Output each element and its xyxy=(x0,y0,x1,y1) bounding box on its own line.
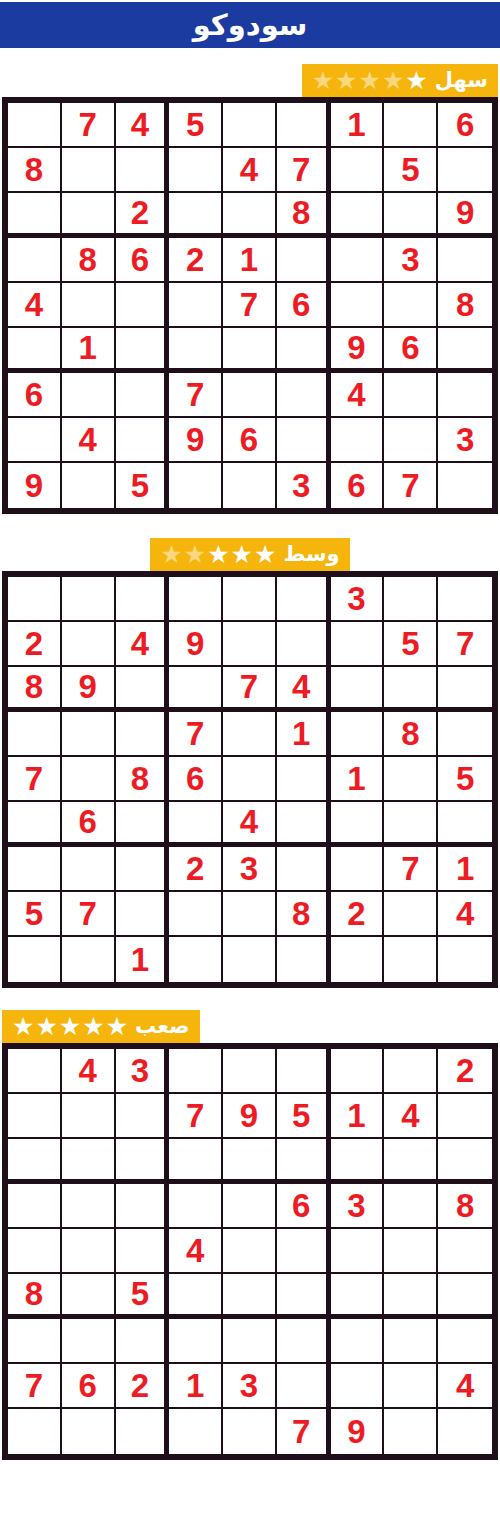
cell-r2c7[interactable] xyxy=(331,148,385,193)
cell-r8c9-given[interactable]: 4 xyxy=(438,1364,492,1409)
cell-r5c8[interactable] xyxy=(384,283,438,328)
cell-r6c4[interactable] xyxy=(169,802,223,847)
cell-r8c3[interactable] xyxy=(116,418,170,463)
puzzle-easy: ★★★★★ سهل 745168475289862134768196674496… xyxy=(0,64,500,514)
star-icon-empty: ★ xyxy=(184,542,206,567)
star-icon-empty: ★ xyxy=(160,542,182,567)
cell-r3c6-given[interactable]: 8 xyxy=(277,193,331,238)
cell-r9c2[interactable] xyxy=(62,1409,116,1454)
cell-r2c6-given[interactable]: 5 xyxy=(277,1094,331,1139)
cell-r1c7-given[interactable]: 3 xyxy=(331,577,385,622)
cell-r1c1[interactable] xyxy=(8,577,62,622)
star-icon-filled: ★ xyxy=(82,1014,104,1039)
cell-r2c9[interactable] xyxy=(438,148,492,193)
cell-r1c9-given[interactable]: 6 xyxy=(438,103,492,148)
cell-r1c7-given[interactable]: 1 xyxy=(331,103,385,148)
cell-r5c3[interactable] xyxy=(116,1229,170,1274)
cell-r2c8-given[interactable]: 5 xyxy=(384,622,438,667)
cell-r2c7-given[interactable]: 1 xyxy=(331,1094,385,1139)
cell-r1c5[interactable] xyxy=(223,1049,277,1094)
cell-r2c2[interactable] xyxy=(62,148,116,193)
cell-r6c5-given[interactable]: 4 xyxy=(223,802,277,847)
puzzle-hard: ★★★★★ صعب 4327951463848576213479 xyxy=(0,1010,500,1460)
cell-r3c6[interactable] xyxy=(277,1139,331,1184)
cell-r6c7[interactable] xyxy=(331,802,385,847)
cell-r8c5[interactable] xyxy=(223,892,277,937)
sudoku-page: سودوكو ★★★★★ سهل 74516847528986213476819… xyxy=(0,0,500,1540)
cell-r5c3-given[interactable]: 8 xyxy=(116,757,170,802)
cell-r9c2[interactable] xyxy=(62,937,116,982)
cell-r4c3-given[interactable]: 6 xyxy=(116,238,170,283)
cell-r8c1[interactable] xyxy=(8,418,62,463)
cell-r7c4-given[interactable]: 2 xyxy=(169,847,223,892)
star-icon-filled: ★ xyxy=(231,542,253,567)
cell-r8c8[interactable] xyxy=(384,892,438,937)
cell-r8c3-given[interactable]: 2 xyxy=(116,1364,170,1409)
cell-r5c7[interactable] xyxy=(331,283,385,328)
cell-r8c1-given[interactable]: 7 xyxy=(8,1364,62,1409)
cell-r9c4[interactable] xyxy=(169,463,223,508)
cell-r6c3-given[interactable]: 5 xyxy=(116,1274,170,1319)
cell-r5c2[interactable] xyxy=(62,757,116,802)
cell-r8c9-given[interactable]: 4 xyxy=(438,892,492,937)
difficulty-text-medium: وسط xyxy=(283,544,339,565)
star-icon-filled: ★ xyxy=(59,1014,81,1039)
cell-r4c2-given[interactable]: 8 xyxy=(62,238,116,283)
cell-r1c5[interactable] xyxy=(223,577,277,622)
cell-r7c9-given[interactable]: 1 xyxy=(438,847,492,892)
difficulty-stars-easy: ★★★★★ xyxy=(312,68,428,93)
cell-r2c1-given[interactable]: 2 xyxy=(8,622,62,667)
star-icon-filled: ★ xyxy=(254,542,276,567)
star-icon-empty: ★ xyxy=(335,68,357,93)
difficulty-text-easy: سهل xyxy=(435,70,488,91)
cell-r9c1-given[interactable]: 9 xyxy=(8,463,62,508)
cell-r1c1[interactable] xyxy=(8,1049,62,1094)
cell-r7c4-given[interactable]: 7 xyxy=(169,373,223,418)
star-icon-filled: ★ xyxy=(207,542,229,567)
cell-r2c4-given[interactable]: 7 xyxy=(169,1094,223,1139)
star-icon-filled: ★ xyxy=(35,1014,57,1039)
cell-r3c1[interactable] xyxy=(8,193,62,238)
cell-r1c9-given[interactable]: 2 xyxy=(438,1049,492,1094)
cell-r9c8[interactable] xyxy=(384,1409,438,1454)
cell-r4c2[interactable] xyxy=(62,1184,116,1229)
cell-r5c8[interactable] xyxy=(384,1229,438,1274)
cell-r8c3[interactable] xyxy=(116,892,170,937)
cell-r9c5[interactable] xyxy=(223,937,277,982)
cell-r5c2[interactable] xyxy=(62,1229,116,1274)
cell-r9c2[interactable] xyxy=(62,463,116,508)
cell-r3c8[interactable] xyxy=(384,193,438,238)
difficulty-label-easy: ★★★★★ سهل xyxy=(302,64,498,97)
cell-r2c3[interactable] xyxy=(116,1094,170,1139)
cell-r1c8[interactable] xyxy=(384,577,438,622)
cell-r5c1-given[interactable]: 4 xyxy=(8,283,62,328)
cell-r9c3[interactable] xyxy=(116,1409,170,1454)
cell-r4c8-given[interactable]: 8 xyxy=(384,712,438,757)
cell-r9c5[interactable] xyxy=(223,463,277,508)
cell-r6c9[interactable] xyxy=(438,802,492,847)
difficulty-row-hard: ★★★★★ صعب xyxy=(0,1010,500,1043)
cell-r4c7-given[interactable]: 3 xyxy=(331,1184,385,1229)
cell-r5c4-given[interactable]: 6 xyxy=(169,757,223,802)
cell-r6c6[interactable] xyxy=(277,1274,331,1319)
cell-r6c6[interactable] xyxy=(277,802,331,847)
difficulty-label-medium: ★★★★★ وسط xyxy=(150,538,349,571)
cell-r7c3[interactable] xyxy=(116,1319,170,1364)
cell-r2c2[interactable] xyxy=(62,622,116,667)
cell-r2c8-given[interactable]: 4 xyxy=(384,1094,438,1139)
cell-r3c6-given[interactable]: 4 xyxy=(277,667,331,712)
cell-r6c7[interactable] xyxy=(331,1274,385,1319)
cell-r3c5[interactable] xyxy=(223,1139,277,1184)
cell-r7c5[interactable] xyxy=(223,373,277,418)
cell-r9c3-given[interactable]: 1 xyxy=(116,937,170,982)
cell-r7c2[interactable] xyxy=(62,1319,116,1364)
cell-r2c6[interactable] xyxy=(277,622,331,667)
cell-r3c7[interactable] xyxy=(331,1139,385,1184)
cell-r8c6[interactable] xyxy=(277,418,331,463)
star-icon-filled: ★ xyxy=(106,1014,128,1039)
cell-r1c2-given[interactable]: 7 xyxy=(62,103,116,148)
cell-r6c1-given[interactable]: 8 xyxy=(8,1274,62,1319)
cell-r4c9-given[interactable]: 8 xyxy=(438,1184,492,1229)
cell-r5c8[interactable] xyxy=(384,757,438,802)
cell-r5c3[interactable] xyxy=(116,283,170,328)
cell-r6c4[interactable] xyxy=(169,1274,223,1319)
cell-r3c7[interactable] xyxy=(331,193,385,238)
cell-r8c7[interactable] xyxy=(331,1364,385,1409)
cell-r7c7-given[interactable]: 4 xyxy=(331,373,385,418)
cell-r5c6[interactable] xyxy=(277,1229,331,1274)
cell-r2c6-given[interactable]: 7 xyxy=(277,148,331,193)
cell-r7c5-given[interactable]: 3 xyxy=(223,847,277,892)
cell-r4c6-given[interactable]: 6 xyxy=(277,1184,331,1229)
cell-r8c1-given[interactable]: 5 xyxy=(8,892,62,937)
cell-r4c3[interactable] xyxy=(116,1184,170,1229)
cell-r1c8[interactable] xyxy=(384,103,438,148)
star-icon-filled: ★ xyxy=(405,68,427,93)
cell-r1c2[interactable] xyxy=(62,577,116,622)
cell-r6c8[interactable] xyxy=(384,802,438,847)
cell-r2c5-given[interactable]: 4 xyxy=(223,148,277,193)
cell-r1c3[interactable] xyxy=(116,577,170,622)
star-icon-empty: ★ xyxy=(358,68,380,93)
cell-r3c1-given[interactable]: 8 xyxy=(8,667,62,712)
cell-r6c4[interactable] xyxy=(169,328,223,373)
star-icon-empty: ★ xyxy=(382,68,404,93)
cell-r2c3[interactable] xyxy=(116,148,170,193)
cell-r8c4-given[interactable]: 1 xyxy=(169,1364,223,1409)
cell-r3c1[interactable] xyxy=(8,1139,62,1184)
cell-r9c5[interactable] xyxy=(223,1409,277,1454)
cell-r7c1-given[interactable]: 6 xyxy=(8,373,62,418)
cell-r1c4[interactable] xyxy=(169,1049,223,1094)
cell-r6c8-given[interactable]: 6 xyxy=(384,328,438,373)
cell-r8c6[interactable] xyxy=(277,1364,331,1409)
cell-r9c6-given[interactable]: 7 xyxy=(277,1409,331,1454)
cell-r4c9[interactable] xyxy=(438,238,492,283)
cell-r9c9[interactable] xyxy=(438,937,492,982)
cell-r6c2-given[interactable]: 1 xyxy=(62,328,116,373)
cell-r2c5[interactable] xyxy=(223,622,277,667)
cell-r1c3-given[interactable]: 4 xyxy=(116,103,170,148)
cell-r7c4[interactable] xyxy=(169,1319,223,1364)
cell-r5c9-given[interactable]: 5 xyxy=(438,757,492,802)
cell-r7c6[interactable] xyxy=(277,847,331,892)
cell-r6c9[interactable] xyxy=(438,328,492,373)
cell-r6c5[interactable] xyxy=(223,328,277,373)
cell-r7c2[interactable] xyxy=(62,847,116,892)
cell-r2c5-given[interactable]: 9 xyxy=(223,1094,277,1139)
cell-r5c9-given[interactable]: 8 xyxy=(438,283,492,328)
cell-r8c7[interactable] xyxy=(331,418,385,463)
spacer xyxy=(0,988,500,1010)
spacer xyxy=(0,514,500,538)
cell-r6c1[interactable] xyxy=(8,328,62,373)
cell-r3c3[interactable] xyxy=(116,667,170,712)
cell-r7c6[interactable] xyxy=(277,1319,331,1364)
cell-r4c7[interactable] xyxy=(331,712,385,757)
cell-r4c5[interactable] xyxy=(223,712,277,757)
cell-r2c4[interactable] xyxy=(169,148,223,193)
cell-r4c1[interactable] xyxy=(8,238,62,283)
cell-r3c7[interactable] xyxy=(331,667,385,712)
puzzle-medium: ★★★★★ وسط 324957897471878615642371578241 xyxy=(0,538,500,988)
cell-r4c5[interactable] xyxy=(223,1184,277,1229)
cell-r4c6[interactable] xyxy=(277,238,331,283)
cell-r5c1-given[interactable]: 7 xyxy=(8,757,62,802)
cell-r6c9[interactable] xyxy=(438,1274,492,1319)
sudoku-grid-easy: 745168475289862134768196674496395367 xyxy=(2,97,498,514)
cell-r5c5-given[interactable]: 7 xyxy=(223,283,277,328)
cell-r5c7[interactable] xyxy=(331,1229,385,1274)
cell-r2c7[interactable] xyxy=(331,622,385,667)
cell-r3c3-given[interactable]: 2 xyxy=(116,193,170,238)
cell-r3c9[interactable] xyxy=(438,1139,492,1184)
cell-r9c3-given[interactable]: 5 xyxy=(116,463,170,508)
cell-r9c8[interactable] xyxy=(384,937,438,982)
cell-r8c8[interactable] xyxy=(384,1364,438,1409)
cell-r1c4[interactable] xyxy=(169,577,223,622)
cell-r8c7-given[interactable]: 2 xyxy=(331,892,385,937)
cell-r5c5[interactable] xyxy=(223,757,277,802)
cell-r5c6[interactable] xyxy=(277,757,331,802)
cell-r6c7-given[interactable]: 9 xyxy=(331,328,385,373)
cell-r2c8-given[interactable]: 5 xyxy=(384,148,438,193)
cell-r1c7[interactable] xyxy=(331,1049,385,1094)
cell-r3c9-given[interactable]: 9 xyxy=(438,193,492,238)
cell-r4c6-given[interactable]: 1 xyxy=(277,712,331,757)
cell-r9c9[interactable] xyxy=(438,463,492,508)
cell-r9c8-given[interactable]: 7 xyxy=(384,463,438,508)
cell-r4c4-given[interactable]: 7 xyxy=(169,712,223,757)
cell-r2c9-given[interactable]: 7 xyxy=(438,622,492,667)
cell-r8c9-given[interactable]: 3 xyxy=(438,418,492,463)
cell-r3c3[interactable] xyxy=(116,1139,170,1184)
cell-r2c9[interactable] xyxy=(438,1094,492,1139)
cell-r6c6[interactable] xyxy=(277,328,331,373)
cell-r7c3[interactable] xyxy=(116,373,170,418)
cell-r9c1[interactable] xyxy=(8,937,62,982)
cell-r3c2[interactable] xyxy=(62,193,116,238)
cell-r3c5[interactable] xyxy=(223,193,277,238)
cell-r1c2-given[interactable]: 4 xyxy=(62,1049,116,1094)
cell-r4c4-given[interactable]: 2 xyxy=(169,238,223,283)
cell-r2c1-given[interactable]: 8 xyxy=(8,148,62,193)
cell-r9c1[interactable] xyxy=(8,1409,62,1454)
cell-r5c7-given[interactable]: 1 xyxy=(331,757,385,802)
cell-r1c6[interactable] xyxy=(277,1049,331,1094)
cell-r9c4[interactable] xyxy=(169,937,223,982)
cell-r1c6[interactable] xyxy=(277,103,331,148)
cell-r6c5[interactable] xyxy=(223,1274,277,1319)
sudoku-grid-medium: 324957897471878615642371578241 xyxy=(2,571,498,988)
cell-r4c8-given[interactable]: 3 xyxy=(384,238,438,283)
cell-r7c8[interactable] xyxy=(384,1319,438,1364)
cell-r3c8[interactable] xyxy=(384,1139,438,1184)
cell-r9c7[interactable] xyxy=(331,937,385,982)
cell-r1c9[interactable] xyxy=(438,577,492,622)
cell-r6c2[interactable] xyxy=(62,1274,116,1319)
cell-r7c1[interactable] xyxy=(8,1319,62,1364)
cell-r6c2-given[interactable]: 6 xyxy=(62,802,116,847)
cell-r5c1[interactable] xyxy=(8,1229,62,1274)
cell-r8c2-given[interactable]: 6 xyxy=(62,1364,116,1409)
difficulty-row-medium: ★★★★★ وسط xyxy=(0,538,500,571)
cell-r3c4[interactable] xyxy=(169,193,223,238)
cell-r1c3-given[interactable]: 3 xyxy=(116,1049,170,1094)
cell-r6c1[interactable] xyxy=(8,802,62,847)
cell-r2c4-given[interactable]: 9 xyxy=(169,622,223,667)
cell-r4c7[interactable] xyxy=(331,238,385,283)
cell-r5c6-given[interactable]: 6 xyxy=(277,283,331,328)
cell-r7c8-given[interactable]: 7 xyxy=(384,847,438,892)
cell-r3c9[interactable] xyxy=(438,667,492,712)
cell-r9c4[interactable] xyxy=(169,1409,223,1454)
cell-r8c2-given[interactable]: 7 xyxy=(62,892,116,937)
cell-r4c1[interactable] xyxy=(8,1184,62,1229)
cell-r7c9[interactable] xyxy=(438,1319,492,1364)
cell-r5c5[interactable] xyxy=(223,1229,277,1274)
cell-r3c2[interactable] xyxy=(62,1139,116,1184)
cell-r8c5-given[interactable]: 3 xyxy=(223,1364,277,1409)
cell-r5c4-given[interactable]: 4 xyxy=(169,1229,223,1274)
cell-r8c5-given[interactable]: 6 xyxy=(223,418,277,463)
difficulty-text-hard: صعب xyxy=(135,1016,189,1037)
cell-r4c8[interactable] xyxy=(384,1184,438,1229)
cell-r1c6[interactable] xyxy=(277,577,331,622)
cell-r5c4[interactable] xyxy=(169,283,223,328)
cell-r7c6[interactable] xyxy=(277,373,331,418)
cell-r4c4[interactable] xyxy=(169,1184,223,1229)
cell-r6c3[interactable] xyxy=(116,802,170,847)
star-icon-filled: ★ xyxy=(12,1014,34,1039)
star-icon-empty: ★ xyxy=(312,68,334,93)
cell-r2c3-given[interactable]: 4 xyxy=(116,622,170,667)
cell-r7c5[interactable] xyxy=(223,1319,277,1364)
cell-r1c5[interactable] xyxy=(223,103,277,148)
cell-r9c6-given[interactable]: 3 xyxy=(277,463,331,508)
difficulty-row-easy: ★★★★★ سهل xyxy=(0,64,500,97)
cell-r8c4[interactable] xyxy=(169,892,223,937)
cell-r3c4[interactable] xyxy=(169,667,223,712)
cell-r7c1[interactable] xyxy=(8,847,62,892)
cell-r1c1[interactable] xyxy=(8,103,62,148)
cell-r8c6-given[interactable]: 8 xyxy=(277,892,331,937)
cell-r7c2[interactable] xyxy=(62,373,116,418)
cell-r7c7[interactable] xyxy=(331,1319,385,1364)
cell-r1c8[interactable] xyxy=(384,1049,438,1094)
cell-r7c9[interactable] xyxy=(438,373,492,418)
cell-r8c8[interactable] xyxy=(384,418,438,463)
difficulty-label-hard: ★★★★★ صعب xyxy=(2,1010,200,1043)
cell-r4c9[interactable] xyxy=(438,712,492,757)
cell-r6c8[interactable] xyxy=(384,1274,438,1319)
title-banner: سودوكو xyxy=(0,2,500,48)
cell-r4c3[interactable] xyxy=(116,712,170,757)
cell-r9c7-given[interactable]: 9 xyxy=(331,1409,385,1454)
cell-r5c2[interactable] xyxy=(62,283,116,328)
cell-r7c7[interactable] xyxy=(331,847,385,892)
cell-r3c5-given[interactable]: 7 xyxy=(223,667,277,712)
page-title: سودوكو xyxy=(193,8,308,42)
cell-r8c2-given[interactable]: 4 xyxy=(62,418,116,463)
cell-r3c8[interactable] xyxy=(384,667,438,712)
cell-r2c2[interactable] xyxy=(62,1094,116,1139)
cell-r8c4-given[interactable]: 9 xyxy=(169,418,223,463)
cell-r9c7-given[interactable]: 6 xyxy=(331,463,385,508)
cell-r7c8[interactable] xyxy=(384,373,438,418)
cell-r3c4[interactable] xyxy=(169,1139,223,1184)
cell-r2c1[interactable] xyxy=(8,1094,62,1139)
cell-r3c2-given[interactable]: 9 xyxy=(62,667,116,712)
cell-r6c3[interactable] xyxy=(116,328,170,373)
cell-r9c6[interactable] xyxy=(277,937,331,982)
cell-r4c1[interactable] xyxy=(8,712,62,757)
sudoku-grid-hard: 4327951463848576213479 xyxy=(2,1043,498,1460)
cell-r5c9[interactable] xyxy=(438,1229,492,1274)
cell-r4c2[interactable] xyxy=(62,712,116,757)
cell-r1c4-given[interactable]: 5 xyxy=(169,103,223,148)
cell-r9c9-given[interactable] xyxy=(438,1409,492,1454)
cell-r7c3[interactable] xyxy=(116,847,170,892)
difficulty-stars-medium: ★★★★★ xyxy=(160,542,276,567)
difficulty-stars-hard: ★★★★★ xyxy=(12,1014,128,1039)
cell-r4c5-given[interactable]: 1 xyxy=(223,238,277,283)
